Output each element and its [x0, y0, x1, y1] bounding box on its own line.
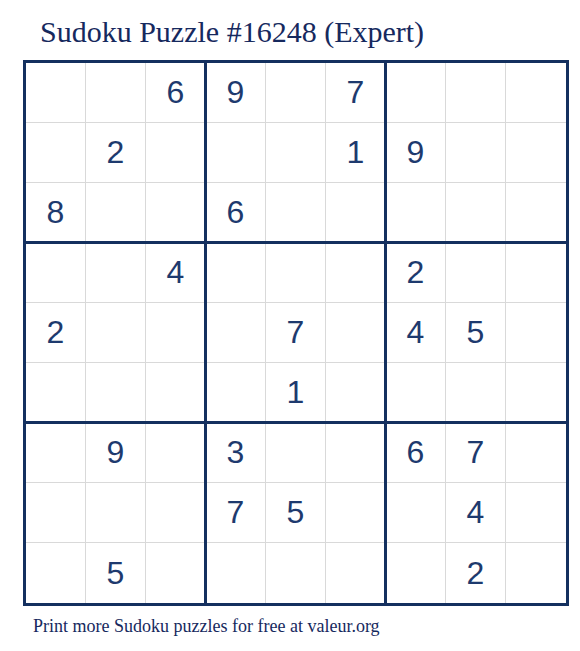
cell-r9c2[interactable]: 5: [86, 543, 146, 603]
cell-r4c2[interactable]: [86, 243, 146, 303]
cell-r1c7[interactable]: [386, 63, 446, 123]
cell-r5c3[interactable]: [146, 303, 206, 363]
cell-r7c2[interactable]: 9: [86, 423, 146, 483]
cell-r2c9[interactable]: [506, 123, 566, 183]
cell-r6c2[interactable]: [86, 363, 146, 423]
cell-r1c1[interactable]: [26, 63, 86, 123]
cell-r3c8[interactable]: [446, 183, 506, 243]
footer-text: Print more Sudoku puzzles for free at va…: [33, 616, 380, 637]
cell-r8c7[interactable]: [386, 483, 446, 543]
cell-r5c7[interactable]: 4: [386, 303, 446, 363]
cell-r4c4[interactable]: [206, 243, 266, 303]
cell-r7c9[interactable]: [506, 423, 566, 483]
cell-r8c3[interactable]: [146, 483, 206, 543]
cell-r3c9[interactable]: [506, 183, 566, 243]
sudoku-board: 697219864227451936775452: [23, 60, 569, 606]
cell-r3c5[interactable]: [266, 183, 326, 243]
sudoku-grid: 697219864227451936775452: [26, 63, 566, 603]
cell-r5c2[interactable]: [86, 303, 146, 363]
cell-r1c9[interactable]: [506, 63, 566, 123]
cell-r1c8[interactable]: [446, 63, 506, 123]
cell-r9c7[interactable]: [386, 543, 446, 603]
cell-r8c6[interactable]: [326, 483, 386, 543]
cell-r3c2[interactable]: [86, 183, 146, 243]
cell-r8c8[interactable]: 4: [446, 483, 506, 543]
cell-r6c9[interactable]: [506, 363, 566, 423]
cell-r5c4[interactable]: [206, 303, 266, 363]
cell-r1c5[interactable]: [266, 63, 326, 123]
cell-r6c4[interactable]: [206, 363, 266, 423]
cell-r5c5[interactable]: 7: [266, 303, 326, 363]
cell-r2c7[interactable]: 9: [386, 123, 446, 183]
cell-r9c6[interactable]: [326, 543, 386, 603]
cell-r8c5[interactable]: 5: [266, 483, 326, 543]
cell-r3c1[interactable]: 8: [26, 183, 86, 243]
cell-r2c3[interactable]: [146, 123, 206, 183]
cell-r5c1[interactable]: 2: [26, 303, 86, 363]
cell-r4c9[interactable]: [506, 243, 566, 303]
cell-r4c1[interactable]: [26, 243, 86, 303]
cell-r9c5[interactable]: [266, 543, 326, 603]
cell-r7c3[interactable]: [146, 423, 206, 483]
cell-r6c6[interactable]: [326, 363, 386, 423]
cell-r7c8[interactable]: 7: [446, 423, 506, 483]
cell-r8c4[interactable]: 7: [206, 483, 266, 543]
cell-r4c6[interactable]: [326, 243, 386, 303]
cell-r1c4[interactable]: 9: [206, 63, 266, 123]
page-title: Sudoku Puzzle #16248 (Expert): [40, 14, 424, 50]
cell-r1c2[interactable]: [86, 63, 146, 123]
cell-r3c7[interactable]: [386, 183, 446, 243]
cell-r4c7[interactable]: 2: [386, 243, 446, 303]
cell-r2c8[interactable]: [446, 123, 506, 183]
cell-r6c5[interactable]: 1: [266, 363, 326, 423]
cell-r7c6[interactable]: [326, 423, 386, 483]
cell-r8c9[interactable]: [506, 483, 566, 543]
cell-r7c4[interactable]: 3: [206, 423, 266, 483]
cell-r5c6[interactable]: [326, 303, 386, 363]
cell-r1c6[interactable]: 7: [326, 63, 386, 123]
cell-r4c5[interactable]: [266, 243, 326, 303]
cell-r8c2[interactable]: [86, 483, 146, 543]
cell-r2c1[interactable]: [26, 123, 86, 183]
cell-r4c8[interactable]: [446, 243, 506, 303]
cell-r4c3[interactable]: 4: [146, 243, 206, 303]
cell-r2c5[interactable]: [266, 123, 326, 183]
cell-r8c1[interactable]: [26, 483, 86, 543]
cell-r9c1[interactable]: [26, 543, 86, 603]
cell-r1c3[interactable]: 6: [146, 63, 206, 123]
cell-r3c6[interactable]: [326, 183, 386, 243]
cell-r6c1[interactable]: [26, 363, 86, 423]
cell-r6c3[interactable]: [146, 363, 206, 423]
cell-r9c8[interactable]: 2: [446, 543, 506, 603]
cell-r6c7[interactable]: [386, 363, 446, 423]
cell-r3c3[interactable]: [146, 183, 206, 243]
cell-r7c1[interactable]: [26, 423, 86, 483]
cell-r2c2[interactable]: 2: [86, 123, 146, 183]
cell-r5c9[interactable]: [506, 303, 566, 363]
cell-r6c8[interactable]: [446, 363, 506, 423]
cell-r5c8[interactable]: 5: [446, 303, 506, 363]
cell-r9c9[interactable]: [506, 543, 566, 603]
cell-r2c4[interactable]: [206, 123, 266, 183]
cell-r3c4[interactable]: 6: [206, 183, 266, 243]
page: Sudoku Puzzle #16248 (Expert) 6972198642…: [0, 0, 580, 651]
cell-r9c4[interactable]: [206, 543, 266, 603]
cell-r2c6[interactable]: 1: [326, 123, 386, 183]
cell-r7c7[interactable]: 6: [386, 423, 446, 483]
cell-r7c5[interactable]: [266, 423, 326, 483]
cell-r9c3[interactable]: [146, 543, 206, 603]
